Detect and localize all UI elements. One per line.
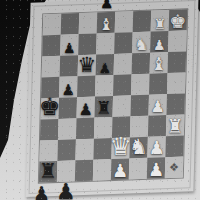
square-h2[interactable]: ♟ [147, 157, 166, 179]
square-e1[interactable] [166, 93, 185, 115]
square-g4[interactable]: ♛ [111, 137, 130, 159]
square-d6[interactable] [77, 76, 96, 98]
square-b2[interactable]: ♟ [150, 31, 169, 53]
square-c2[interactable]: ♝ [150, 52, 169, 74]
square-b8[interactable] [42, 35, 61, 57]
piece-white-N-b3[interactable]: ♞ [134, 37, 148, 53]
piece-white-P-b2[interactable]: ♟ [153, 38, 166, 52]
piece-white-B-c2[interactable]: ♝ [151, 55, 167, 73]
square-h4[interactable]: ♟ [111, 158, 130, 180]
piece-white-N-g3[interactable]: ♞ [129, 137, 148, 158]
square-e2[interactable]: ♟ [148, 94, 167, 116]
square-c3[interactable] [132, 53, 151, 75]
piece-white-R-f1[interactable]: ♜ [167, 117, 184, 136]
square-b1[interactable] [168, 30, 187, 52]
square-b3[interactable]: ♞ [132, 32, 151, 54]
piece-white-P-e2[interactable]: ♟ [150, 99, 164, 115]
piece-black-R-h8[interactable]: ♜ [39, 161, 58, 182]
square-h6[interactable] [75, 160, 94, 182]
square-e6[interactable]: ♟ [76, 97, 95, 119]
square-d2[interactable] [149, 73, 168, 95]
square-a2[interactable]: ♜ [151, 10, 170, 32]
square-f1[interactable]: ♜ [166, 114, 185, 136]
captured-black-pawn-bottom-edge: ♟ [33, 184, 50, 200]
square-h3[interactable] [129, 158, 148, 180]
square-b7[interactable]: ♟ [60, 34, 79, 56]
square-f2[interactable] [148, 115, 167, 137]
square-a4[interactable] [115, 11, 134, 33]
piece-white-R-a2[interactable]: ♜ [154, 17, 167, 31]
square-d1[interactable] [167, 72, 186, 94]
square-g3[interactable]: ♞ [129, 137, 148, 159]
square-a5[interactable]: ♝ [97, 12, 116, 34]
piece-white-P-g2[interactable]: ♟ [149, 139, 165, 157]
square-b5[interactable] [96, 33, 115, 55]
square-h5[interactable] [93, 159, 112, 181]
square-d3[interactable] [131, 74, 150, 96]
piece-white-P-h2[interactable]: ♟ [148, 161, 164, 179]
square-g7[interactable] [57, 139, 76, 161]
square-g1[interactable] [165, 136, 184, 158]
square-c1[interactable] [168, 51, 187, 73]
piece-black-P-d7[interactable]: ♟ [62, 83, 75, 98]
corner-compass-emblem: ❖ [169, 160, 179, 173]
square-a8[interactable] [43, 14, 62, 36]
square-a7[interactable] [61, 13, 80, 35]
square-f7[interactable] [58, 118, 77, 140]
square-c4[interactable] [114, 53, 133, 75]
square-d5[interactable] [95, 75, 114, 97]
piece-black-P-e6[interactable]: ♟ [79, 102, 93, 118]
square-c8[interactable] [42, 56, 61, 78]
square-a3[interactable] [133, 11, 152, 33]
square-a6[interactable] [79, 12, 98, 34]
square-e3[interactable] [130, 95, 149, 117]
square-g2[interactable]: ♟ [147, 136, 166, 158]
piece-black-P-c5[interactable]: ♟ [98, 61, 111, 75]
piece-black-Q-c6[interactable]: ♛ [77, 55, 96, 76]
piece-white-P-h4[interactable]: ♟ [112, 162, 128, 180]
board-margin-brand-text: .:·:.·:. [191, 52, 196, 71]
photo-stage: ♝♜♚♟♞♟♛♟♝♟♚♟♜♟♜♛♞♟♜♟♟❖ .:·:.·:. ♟ ♟ ♟ [0, 0, 200, 200]
square-h8[interactable]: ♜ [39, 161, 58, 183]
piece-white-B-a5[interactable]: ♝ [99, 17, 113, 33]
square-f8[interactable] [40, 119, 59, 141]
square-d4[interactable] [113, 74, 132, 96]
chess-board: ♝♜♚♟♞♟♛♟♝♟♚♟♜♟♜♛♞♟♜♟♟❖ .:·:.·:. [26, 0, 199, 197]
square-e8[interactable]: ♚ [41, 98, 60, 120]
square-c7[interactable] [60, 55, 79, 77]
piece-black-K-e8[interactable]: ♚ [39, 95, 61, 119]
square-f6[interactable] [76, 118, 95, 140]
piece-black-P-b7[interactable]: ♟ [63, 41, 76, 55]
piece-white-K-a1[interactable]: ♚ [169, 12, 186, 31]
square-h1[interactable]: ❖ [165, 157, 184, 179]
piece-black-R-e5[interactable]: ♜ [96, 99, 112, 117]
captured-black-pawn-bottom-edge: ♟ [56, 181, 76, 200]
board-grid: ♝♜♚♟♞♟♛♟♝♟♚♟♜♟♜♛♞♟♜♟♟❖ [38, 8, 188, 183]
square-b4[interactable] [114, 32, 133, 54]
square-e7[interactable] [59, 97, 78, 119]
square-g6[interactable] [75, 139, 94, 161]
square-c5[interactable]: ♟ [96, 54, 115, 76]
square-c6[interactable]: ♛ [78, 55, 97, 77]
square-d7[interactable]: ♟ [59, 76, 78, 98]
square-e4[interactable] [112, 95, 131, 117]
square-e5[interactable]: ♜ [94, 96, 113, 118]
square-a1[interactable]: ♚ [169, 9, 188, 31]
captured-black-pawn-top-margin: ♟ [100, 0, 113, 11]
